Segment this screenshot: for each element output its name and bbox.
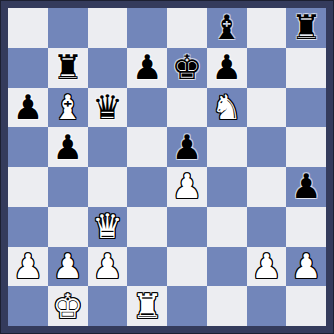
white-bishop-b6[interactable]: ♝ (52, 88, 82, 127)
square-e5[interactable]: ♟ (167, 127, 207, 167)
white-knight-f6[interactable]: ♞ (211, 88, 241, 127)
black-rook-h8[interactable]: ♜ (291, 8, 321, 47)
black-pawn-b5[interactable]: ♟ (52, 128, 82, 167)
square-h2[interactable]: ♟ (286, 247, 326, 287)
white-king-b1[interactable]: ♚ (52, 287, 82, 326)
square-h8[interactable]: ♜ (286, 8, 326, 48)
square-h1[interactable] (286, 286, 326, 326)
square-d6[interactable] (127, 88, 167, 128)
square-b8[interactable] (48, 8, 88, 48)
square-a3[interactable] (8, 207, 48, 247)
square-g5[interactable] (247, 127, 287, 167)
white-pawn-h2[interactable]: ♟ (291, 247, 321, 286)
square-g3[interactable] (247, 207, 287, 247)
square-c4[interactable] (88, 167, 128, 207)
square-e6[interactable] (167, 88, 207, 128)
square-e2[interactable] (167, 247, 207, 287)
square-g7[interactable] (247, 48, 287, 88)
white-pawn-e4[interactable]: ♟ (172, 167, 202, 206)
square-e1[interactable] (167, 286, 207, 326)
black-pawn-e5[interactable]: ♟ (172, 128, 202, 167)
black-king-e7[interactable]: ♚ (172, 48, 202, 87)
square-b4[interactable] (48, 167, 88, 207)
square-d7[interactable]: ♟ (127, 48, 167, 88)
black-bishop-f8[interactable]: ♝ (211, 8, 241, 47)
square-f3[interactable] (207, 207, 247, 247)
square-b7[interactable]: ♜ (48, 48, 88, 88)
white-queen-c3[interactable]: ♛ (92, 207, 122, 246)
square-f2[interactable] (207, 247, 247, 287)
square-g8[interactable] (247, 8, 287, 48)
white-pawn-b2[interactable]: ♟ (52, 247, 82, 286)
black-queen-c6[interactable]: ♛ (92, 88, 122, 127)
square-f1[interactable] (207, 286, 247, 326)
square-h5[interactable] (286, 127, 326, 167)
square-a5[interactable] (8, 127, 48, 167)
square-d1[interactable]: ♜ (127, 286, 167, 326)
square-f5[interactable] (207, 127, 247, 167)
square-h4[interactable]: ♟ (286, 167, 326, 207)
square-a2[interactable]: ♟ (8, 247, 48, 287)
square-e7[interactable]: ♚ (167, 48, 207, 88)
square-c5[interactable] (88, 127, 128, 167)
square-b6[interactable]: ♝ (48, 88, 88, 128)
square-a8[interactable] (8, 8, 48, 48)
black-rook-b7[interactable]: ♜ (52, 48, 82, 87)
square-d3[interactable] (127, 207, 167, 247)
square-h3[interactable] (286, 207, 326, 247)
black-pawn-a6[interactable]: ♟ (13, 88, 43, 127)
square-c6[interactable]: ♛ (88, 88, 128, 128)
square-d2[interactable] (127, 247, 167, 287)
square-c1[interactable] (88, 286, 128, 326)
black-pawn-f7[interactable]: ♟ (211, 48, 241, 87)
white-pawn-g2[interactable]: ♟ (251, 247, 281, 286)
square-b2[interactable]: ♟ (48, 247, 88, 287)
square-a7[interactable] (8, 48, 48, 88)
chess-board-frame: ♝♜♜♟♚♟♟♝♛♞♟♟♟♟♛♟♟♟♟♟♚♜ (0, 0, 334, 334)
square-h7[interactable] (286, 48, 326, 88)
square-a4[interactable] (8, 167, 48, 207)
square-f6[interactable]: ♞ (207, 88, 247, 128)
square-g4[interactable] (247, 167, 287, 207)
square-b1[interactable]: ♚ (48, 286, 88, 326)
square-d5[interactable] (127, 127, 167, 167)
white-rook-d1[interactable]: ♜ (132, 287, 162, 326)
square-a6[interactable]: ♟ (8, 88, 48, 128)
square-g1[interactable] (247, 286, 287, 326)
square-g6[interactable] (247, 88, 287, 128)
square-d4[interactable] (127, 167, 167, 207)
white-pawn-c2[interactable]: ♟ (92, 247, 122, 286)
chess-board[interactable]: ♝♜♜♟♚♟♟♝♛♞♟♟♟♟♛♟♟♟♟♟♚♜ (8, 8, 326, 326)
square-g2[interactable]: ♟ (247, 247, 287, 287)
square-e3[interactable] (167, 207, 207, 247)
square-c8[interactable] (88, 8, 128, 48)
square-h6[interactable] (286, 88, 326, 128)
square-c2[interactable]: ♟ (88, 247, 128, 287)
white-pawn-a2[interactable]: ♟ (13, 247, 43, 286)
square-c7[interactable] (88, 48, 128, 88)
black-pawn-h4[interactable]: ♟ (291, 167, 321, 206)
square-f4[interactable] (207, 167, 247, 207)
square-a1[interactable] (8, 286, 48, 326)
square-d8[interactable] (127, 8, 167, 48)
square-f7[interactable]: ♟ (207, 48, 247, 88)
square-b5[interactable]: ♟ (48, 127, 88, 167)
square-b3[interactable] (48, 207, 88, 247)
square-c3[interactable]: ♛ (88, 207, 128, 247)
square-f8[interactable]: ♝ (207, 8, 247, 48)
square-e4[interactable]: ♟ (167, 167, 207, 207)
black-pawn-d7[interactable]: ♟ (132, 48, 162, 87)
square-e8[interactable] (167, 8, 207, 48)
